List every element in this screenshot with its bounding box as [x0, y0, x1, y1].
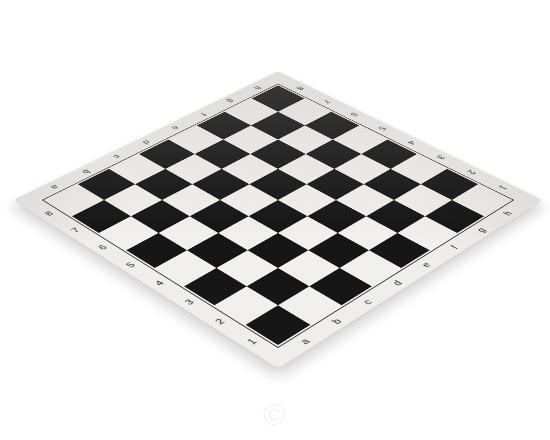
rank-label-1-left: 1 [244, 337, 258, 346]
rank-label-4-right: 4 [404, 139, 416, 145]
file-label-h-top: h [251, 85, 262, 90]
rank-label-6-left: 6 [96, 243, 108, 250]
product-photo-canvas: aabbccddeeffgghh1122334455667788 © [0, 0, 550, 440]
rank-label-5-right: 5 [376, 125, 387, 131]
rank-label-3-right: 3 [434, 154, 446, 160]
rank-label-2-left: 2 [213, 317, 226, 325]
rank-label-8-left: 8 [43, 210, 55, 217]
file-label-e-top: e [169, 125, 180, 131]
rank-label-4-left: 4 [153, 279, 166, 287]
rank-label-1-right: 1 [496, 184, 508, 191]
rank-label-7-right: 7 [320, 98, 331, 104]
file-label-e-bottom: e [419, 261, 432, 268]
file-label-b-top: b [80, 169, 91, 175]
copyright-symbol: © [263, 398, 285, 431]
chess-board [46, 85, 510, 345]
file-label-a-top: a [48, 184, 60, 191]
file-label-g-top: g [225, 98, 236, 104]
vinyl-chess-mat: aabbccddeeffgghh1122334455667788 [14, 71, 543, 368]
file-label-f-top: f [198, 112, 207, 117]
rank-label-7-left: 7 [69, 226, 81, 233]
file-label-d-bottom: d [390, 279, 403, 287]
file-label-b-bottom: b [330, 317, 344, 325]
file-label-a-bottom: a [298, 337, 312, 346]
rank-label-8-right: 8 [294, 85, 305, 90]
file-label-f-bottom: f [448, 244, 459, 250]
file-label-c-top: c [111, 154, 122, 160]
rank-label-3-left: 3 [182, 298, 195, 306]
file-label-c-bottom: c [361, 298, 374, 306]
rank-label-5-left: 5 [124, 261, 137, 268]
watermark: © [263, 398, 285, 432]
file-label-d-top: d [140, 139, 151, 145]
file-label-g-bottom: g [475, 226, 488, 233]
board-border-line [42, 84, 514, 348]
file-label-h-bottom: h [501, 210, 514, 217]
rank-label-2-right: 2 [464, 169, 476, 175]
rank-label-6-right: 6 [348, 111, 359, 117]
